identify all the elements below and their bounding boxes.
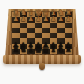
white-rook-piece: ♜ — [65, 9, 72, 17]
board-square: ♝ — [27, 49, 35, 54]
board-square: ♛ — [42, 49, 50, 54]
board-square: ♞ — [20, 49, 28, 54]
chess-set-photo: ♜♞♝♚♛♝♞♜♟♟♟♟♟♟♟♟♟♟♟♟♟♟♟♟♜♞♝♚♛♝♞♜ — [0, 0, 84, 84]
white-rook-piece: ♜ — [12, 9, 19, 17]
white-knight-piece: ♞ — [20, 9, 27, 17]
white-bishop-piece: ♝ — [27, 9, 34, 17]
white-bishop-piece: ♝ — [50, 9, 57, 17]
chess-board: ♜♞♝♚♛♝♞♜♟♟♟♟♟♟♟♟♟♟♟♟♟♟♟♟♜♞♝♚♛♝♞♜ — [5, 9, 79, 60]
drawer-knob — [39, 63, 45, 70]
board-square: ♞ — [57, 49, 65, 54]
white-knight-piece: ♞ — [57, 9, 64, 17]
board-square: ♜ — [65, 49, 73, 54]
board-squares: ♜♞♝♚♛♝♞♜♟♟♟♟♟♟♟♟♟♟♟♟♟♟♟♟♜♞♝♚♛♝♞♜ — [12, 12, 72, 54]
board-square: ♚ — [35, 49, 43, 54]
board-square: ♝ — [50, 49, 58, 54]
board-square: ♜ — [12, 49, 20, 54]
